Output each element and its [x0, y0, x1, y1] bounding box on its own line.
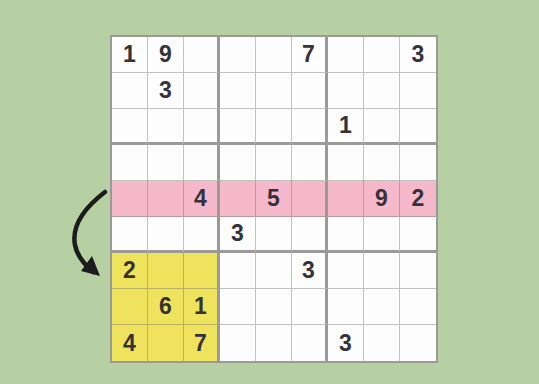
cell-r2c4[interactable] [220, 73, 256, 109]
cell-r8c7[interactable] [328, 289, 364, 325]
cell-r7c7[interactable] [328, 253, 364, 289]
cell-r2c9[interactable] [400, 73, 436, 109]
cell-r4c4[interactable] [220, 145, 256, 181]
cell-r9c3[interactable]: 7 [184, 325, 220, 361]
cell-r4c6[interactable] [292, 145, 328, 181]
cell-r8c8[interactable] [364, 289, 400, 325]
cell-r9c9[interactable] [400, 325, 436, 361]
cell-r3c6[interactable] [292, 109, 328, 145]
cell-r9c7[interactable]: 3 [328, 325, 364, 361]
cell-r1c5[interactable] [256, 37, 292, 73]
cell-r6c2[interactable] [148, 217, 184, 253]
cell-r9c6[interactable] [292, 325, 328, 361]
cell-r2c3[interactable] [184, 73, 220, 109]
cell-r9c4[interactable] [220, 325, 256, 361]
cell-r3c2[interactable] [148, 109, 184, 145]
cell-r1c8[interactable] [364, 37, 400, 73]
cell-r9c1[interactable]: 4 [112, 325, 148, 361]
cell-r5c1[interactable] [112, 181, 148, 217]
cell-r4c8[interactable] [364, 145, 400, 181]
curved-arrow-icon [58, 185, 113, 285]
cell-r2c2[interactable]: 3 [148, 73, 184, 109]
cell-r6c4[interactable]: 3 [220, 217, 256, 253]
cell-r5c4[interactable] [220, 181, 256, 217]
cell-r3c1[interactable] [112, 109, 148, 145]
cell-r9c5[interactable] [256, 325, 292, 361]
cell-r2c6[interactable] [292, 73, 328, 109]
cell-r5c8[interactable]: 9 [364, 181, 400, 217]
cell-r6c5[interactable] [256, 217, 292, 253]
cell-r7c3[interactable] [184, 253, 220, 289]
cell-r1c9[interactable]: 3 [400, 37, 436, 73]
cell-r8c6[interactable] [292, 289, 328, 325]
cell-r5c9[interactable]: 2 [400, 181, 436, 217]
cell-r2c5[interactable] [256, 73, 292, 109]
cell-r3c3[interactable] [184, 109, 220, 145]
cell-r1c7[interactable] [328, 37, 364, 73]
cell-r3c4[interactable] [220, 109, 256, 145]
cell-r6c3[interactable] [184, 217, 220, 253]
page-background: 197331459232361473 [0, 0, 539, 384]
cell-r2c1[interactable] [112, 73, 148, 109]
cell-r1c6[interactable]: 7 [292, 37, 328, 73]
cell-r3c5[interactable] [256, 109, 292, 145]
cell-r5c3[interactable]: 4 [184, 181, 220, 217]
cell-r1c3[interactable] [184, 37, 220, 73]
cell-r6c9[interactable] [400, 217, 436, 253]
cell-r9c2[interactable] [148, 325, 184, 361]
cell-r5c7[interactable] [328, 181, 364, 217]
cell-r5c2[interactable] [148, 181, 184, 217]
cell-r6c6[interactable] [292, 217, 328, 253]
cell-r7c8[interactable] [364, 253, 400, 289]
cell-r4c9[interactable] [400, 145, 436, 181]
cell-r6c7[interactable] [328, 217, 364, 253]
cell-r1c1[interactable]: 1 [112, 37, 148, 73]
cell-r3c9[interactable] [400, 109, 436, 145]
cell-r6c8[interactable] [364, 217, 400, 253]
cell-r8c9[interactable] [400, 289, 436, 325]
cell-r3c7[interactable]: 1 [328, 109, 364, 145]
cell-r2c8[interactable] [364, 73, 400, 109]
cell-r2c7[interactable] [328, 73, 364, 109]
cell-r4c3[interactable] [184, 145, 220, 181]
cell-r6c1[interactable] [112, 217, 148, 253]
cell-r7c1[interactable]: 2 [112, 253, 148, 289]
cell-r9c8[interactable] [364, 325, 400, 361]
cell-r7c6[interactable]: 3 [292, 253, 328, 289]
cell-r5c5[interactable]: 5 [256, 181, 292, 217]
cell-r4c1[interactable] [112, 145, 148, 181]
cell-r8c3[interactable]: 1 [184, 289, 220, 325]
cell-r7c5[interactable] [256, 253, 292, 289]
cell-r8c4[interactable] [220, 289, 256, 325]
cell-r7c2[interactable] [148, 253, 184, 289]
cell-r4c5[interactable] [256, 145, 292, 181]
cell-r8c2[interactable]: 6 [148, 289, 184, 325]
cell-r4c2[interactable] [148, 145, 184, 181]
sudoku-board: 197331459232361473 [110, 35, 438, 363]
cell-r8c5[interactable] [256, 289, 292, 325]
cell-r7c4[interactable] [220, 253, 256, 289]
cell-r8c1[interactable] [112, 289, 148, 325]
cell-r4c7[interactable] [328, 145, 364, 181]
cell-r1c4[interactable] [220, 37, 256, 73]
cell-r3c8[interactable] [364, 109, 400, 145]
cell-r1c2[interactable]: 9 [148, 37, 184, 73]
cell-r7c9[interactable] [400, 253, 436, 289]
cell-r5c6[interactable] [292, 181, 328, 217]
